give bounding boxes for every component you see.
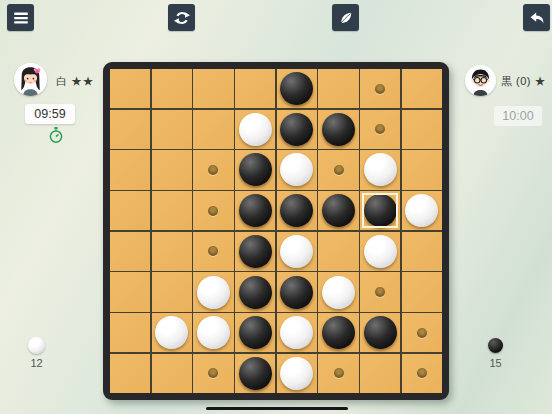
board-cell-d4[interactable] — [235, 191, 275, 230]
board-cell-b3[interactable] — [152, 150, 192, 189]
board-cell-g2[interactable] — [360, 110, 400, 149]
white-disc — [322, 276, 355, 309]
black-disc-count: 15 — [487, 357, 504, 369]
white-disc — [197, 276, 230, 309]
legal-move-dot — [417, 368, 427, 378]
board-cell-f6[interactable] — [318, 272, 358, 311]
othello-board — [103, 62, 449, 400]
board-cell-c6[interactable] — [193, 272, 233, 311]
board-cell-f2[interactable] — [318, 110, 358, 149]
legal-move-dot — [334, 165, 344, 175]
board-cell-g5[interactable] — [360, 232, 400, 271]
white-disc — [280, 357, 313, 390]
black-disc — [280, 276, 313, 309]
legal-move-dot — [208, 368, 218, 378]
board-cell-a5[interactable] — [110, 232, 150, 271]
home-indicator-bar — [206, 407, 348, 410]
legal-move-dot — [375, 84, 385, 94]
board-cell-e6[interactable] — [277, 272, 317, 311]
board-cell-a8[interactable] — [110, 354, 150, 393]
turn-indicator — [47, 126, 65, 144]
board-cell-c4[interactable] — [193, 191, 233, 230]
board-cell-g8[interactable] — [360, 354, 400, 393]
black-disc — [280, 194, 313, 227]
board-cell-e8[interactable] — [277, 354, 317, 393]
feather-icon — [337, 9, 355, 27]
black-disc — [280, 113, 313, 146]
board-cell-d7[interactable] — [235, 313, 275, 352]
black-disc — [239, 357, 272, 390]
board-cell-e5[interactable] — [277, 232, 317, 271]
white-disc-count: 12 — [28, 357, 45, 369]
board-cell-f7[interactable] — [318, 313, 358, 352]
board-cell-a1[interactable] — [110, 69, 150, 108]
girl-avatar-icon — [14, 63, 47, 96]
feather-button[interactable] — [332, 4, 359, 31]
back-arrow-icon — [528, 9, 546, 27]
board-cell-g3[interactable] — [360, 150, 400, 189]
hamburger-menu-icon — [12, 9, 30, 27]
white-player-avatar — [14, 63, 47, 96]
legal-move-dot — [208, 206, 218, 216]
board-cell-c8[interactable] — [193, 354, 233, 393]
legal-move-dot — [208, 246, 218, 256]
board-cell-e7[interactable] — [277, 313, 317, 352]
black-disc — [364, 194, 397, 227]
board-cell-e3[interactable] — [277, 150, 317, 189]
board-cell-f4[interactable] — [318, 191, 358, 230]
black-disc — [280, 72, 313, 105]
black-disc-counter-icon — [488, 338, 503, 353]
board-cell-f8[interactable] — [318, 354, 358, 393]
board-cell-b4[interactable] — [152, 191, 192, 230]
board-cell-c2[interactable] — [193, 110, 233, 149]
board-cell-h3[interactable] — [402, 150, 442, 189]
white-disc — [280, 153, 313, 186]
board-grid — [110, 69, 442, 393]
black-disc — [322, 113, 355, 146]
board-cell-d1[interactable] — [235, 69, 275, 108]
white-disc — [405, 194, 438, 227]
board-cell-e4[interactable] — [277, 191, 317, 230]
legal-move-dot — [375, 124, 385, 134]
legal-move-dot — [208, 165, 218, 175]
stopwatch-icon — [47, 126, 65, 144]
black-player-clock: 10:00 — [494, 106, 542, 126]
black-player-avatar — [465, 65, 496, 96]
board-cell-c5[interactable] — [193, 232, 233, 271]
board-cell-a3[interactable] — [110, 150, 150, 189]
boy-avatar-icon — [465, 65, 496, 96]
white-disc-counter-icon — [28, 337, 45, 354]
board-cell-f1[interactable] — [318, 69, 358, 108]
black-disc — [322, 194, 355, 227]
board-cell-a7[interactable] — [110, 313, 150, 352]
refresh-icon — [173, 9, 191, 27]
board-cell-h4[interactable] — [402, 191, 442, 230]
board-cell-c3[interactable] — [193, 150, 233, 189]
black-player-label: 黒 (0) ★ — [501, 74, 546, 89]
board-cell-e2[interactable] — [277, 110, 317, 149]
black-disc — [322, 316, 355, 349]
board-cell-b6[interactable] — [152, 272, 192, 311]
black-disc — [364, 316, 397, 349]
black-disc — [239, 235, 272, 268]
white-disc — [364, 153, 397, 186]
board-cell-h2[interactable] — [402, 110, 442, 149]
legal-move-dot — [334, 368, 344, 378]
legal-move-dot — [417, 328, 427, 338]
menu-button[interactable] — [7, 4, 34, 31]
board-cell-d2[interactable] — [235, 110, 275, 149]
black-disc — [239, 153, 272, 186]
white-disc — [280, 235, 313, 268]
board-cell-d6[interactable] — [235, 272, 275, 311]
white-player-label: 白 ★★ — [56, 74, 94, 89]
white-disc — [364, 235, 397, 268]
black-disc — [239, 276, 272, 309]
black-disc — [239, 316, 272, 349]
board-cell-e1[interactable] — [277, 69, 317, 108]
board-cell-g1[interactable] — [360, 69, 400, 108]
board-cell-a4[interactable] — [110, 191, 150, 230]
board-cell-a2[interactable] — [110, 110, 150, 149]
white-disc — [155, 316, 188, 349]
board-cell-g6[interactable] — [360, 272, 400, 311]
board-cell-d3[interactable] — [235, 150, 275, 189]
white-disc — [239, 113, 272, 146]
white-disc — [280, 316, 313, 349]
board-cell-g7[interactable] — [360, 313, 400, 352]
board-cell-h5[interactable] — [402, 232, 442, 271]
board-cell-h6[interactable] — [402, 272, 442, 311]
board-cell-d8[interactable] — [235, 354, 275, 393]
board-cell-h7[interactable] — [402, 313, 442, 352]
board-cell-h8[interactable] — [402, 354, 442, 393]
board-cell-c1[interactable] — [193, 69, 233, 108]
board-cell-c7[interactable] — [193, 313, 233, 352]
white-disc — [197, 316, 230, 349]
back-button[interactable] — [523, 4, 550, 31]
board-cell-b1[interactable] — [152, 69, 192, 108]
legal-move-dot — [375, 287, 385, 297]
refresh-button[interactable] — [168, 4, 195, 31]
board-cell-f5[interactable] — [318, 232, 358, 271]
board-cell-a6[interactable] — [110, 272, 150, 311]
board-cell-b8[interactable] — [152, 354, 192, 393]
board-cell-h1[interactable] — [402, 69, 442, 108]
board-cell-d5[interactable] — [235, 232, 275, 271]
board-cell-b7[interactable] — [152, 313, 192, 352]
board-cell-b5[interactable] — [152, 232, 192, 271]
white-player-clock: 09:59 — [25, 104, 75, 124]
board-cell-f3[interactable] — [318, 150, 358, 189]
board-cell-g4[interactable] — [360, 191, 400, 230]
black-disc — [239, 194, 272, 227]
board-cell-b2[interactable] — [152, 110, 192, 149]
